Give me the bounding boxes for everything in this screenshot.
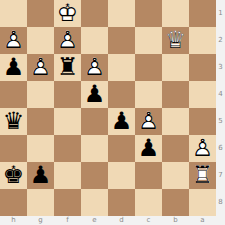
file-label-d: d — [108, 216, 135, 225]
square-a4[interactable] — [189, 81, 216, 108]
square-c5[interactable]: ♙ — [135, 108, 162, 135]
black-pawn-piece: ♟ — [81, 81, 108, 108]
black-queen-piece: ♛ — [0, 108, 27, 135]
square-d2[interactable] — [108, 27, 135, 54]
square-a8[interactable] — [189, 189, 216, 216]
square-h8[interactable] — [0, 189, 27, 216]
square-g3[interactable]: ♙ — [27, 54, 54, 81]
rank-label-7: 7 — [216, 162, 225, 189]
square-b6[interactable] — [162, 135, 189, 162]
square-a7[interactable]: ♖ — [189, 162, 216, 189]
square-g8[interactable] — [27, 189, 54, 216]
square-d7[interactable] — [108, 162, 135, 189]
square-d4[interactable] — [108, 81, 135, 108]
square-h3[interactable]: ♟ — [0, 54, 27, 81]
black-pawn-piece: ♟ — [27, 162, 54, 189]
file-label-a: a — [189, 216, 216, 225]
square-f2[interactable]: ♙ — [54, 27, 81, 54]
square-d3[interactable] — [108, 54, 135, 81]
white-pawn-piece: ♙ — [189, 135, 216, 162]
square-e6[interactable] — [81, 135, 108, 162]
square-h7[interactable]: ♚ — [0, 162, 27, 189]
square-e3[interactable]: ♙ — [81, 54, 108, 81]
square-b8[interactable] — [162, 189, 189, 216]
square-e1[interactable] — [81, 0, 108, 27]
rank-labels: 12345678 — [216, 0, 225, 216]
white-queen-piece: ♕ — [162, 27, 189, 54]
square-b4[interactable] — [162, 81, 189, 108]
square-e5[interactable] — [81, 108, 108, 135]
square-h5[interactable]: ♛ — [0, 108, 27, 135]
square-f8[interactable] — [54, 189, 81, 216]
square-c4[interactable] — [135, 81, 162, 108]
rank-label-1: 1 — [216, 0, 225, 27]
square-b7[interactable] — [162, 162, 189, 189]
square-a2[interactable] — [189, 27, 216, 54]
square-c7[interactable] — [135, 162, 162, 189]
white-pawn-piece: ♙ — [135, 108, 162, 135]
square-c2[interactable] — [135, 27, 162, 54]
black-pawn-piece: ♟ — [108, 108, 135, 135]
square-e2[interactable] — [81, 27, 108, 54]
black-rook-piece: ♜ — [54, 54, 81, 81]
square-d5[interactable]: ♟ — [108, 108, 135, 135]
white-pawn-piece: ♙ — [0, 27, 27, 54]
square-d8[interactable] — [108, 189, 135, 216]
square-c3[interactable] — [135, 54, 162, 81]
rank-label-8: 8 — [216, 189, 225, 216]
square-h1[interactable] — [0, 0, 27, 27]
square-g5[interactable] — [27, 108, 54, 135]
square-h6[interactable] — [0, 135, 27, 162]
rank-label-6: 6 — [216, 135, 225, 162]
rank-label-2: 2 — [216, 27, 225, 54]
square-g6[interactable] — [27, 135, 54, 162]
square-b5[interactable] — [162, 108, 189, 135]
square-d6[interactable] — [108, 135, 135, 162]
square-f6[interactable] — [54, 135, 81, 162]
square-g1[interactable] — [27, 0, 54, 27]
square-b2[interactable]: ♕ — [162, 27, 189, 54]
square-f4[interactable] — [54, 81, 81, 108]
square-f1[interactable]: ♔ — [54, 0, 81, 27]
white-pawn-piece: ♙ — [81, 54, 108, 81]
rank-label-4: 4 — [216, 81, 225, 108]
square-a5[interactable] — [189, 108, 216, 135]
square-e7[interactable] — [81, 162, 108, 189]
square-a3[interactable] — [189, 54, 216, 81]
square-f3[interactable]: ♜ — [54, 54, 81, 81]
square-g4[interactable] — [27, 81, 54, 108]
chess-board: ♔♙♙♕♟♙♜♙♟♛♟♙♟♙♚♟♖ — [0, 0, 216, 216]
square-h2[interactable]: ♙ — [0, 27, 27, 54]
square-a6[interactable]: ♙ — [189, 135, 216, 162]
black-pawn-piece: ♟ — [0, 54, 27, 81]
file-label-f: f — [54, 216, 81, 225]
square-c8[interactable] — [135, 189, 162, 216]
square-e8[interactable] — [81, 189, 108, 216]
square-f7[interactable] — [54, 162, 81, 189]
file-label-h: h — [0, 216, 27, 225]
square-d1[interactable] — [108, 0, 135, 27]
white-king-piece: ♔ — [54, 0, 81, 27]
square-b3[interactable] — [162, 54, 189, 81]
white-pawn-piece: ♙ — [54, 27, 81, 54]
chess-board-page: ♔♙♙♕♟♙♜♙♟♛♟♙♟♙♚♟♖ 12345678 hgfedcba — [0, 0, 225, 225]
square-c1[interactable] — [135, 0, 162, 27]
file-label-c: c — [135, 216, 162, 225]
square-e4[interactable]: ♟ — [81, 81, 108, 108]
file-label-g: g — [27, 216, 54, 225]
square-c6[interactable]: ♟ — [135, 135, 162, 162]
black-king-piece: ♚ — [0, 162, 27, 189]
black-pawn-piece: ♟ — [135, 135, 162, 162]
rank-label-5: 5 — [216, 108, 225, 135]
square-f5[interactable] — [54, 108, 81, 135]
square-g2[interactable] — [27, 27, 54, 54]
square-b1[interactable] — [162, 0, 189, 27]
square-h4[interactable] — [0, 81, 27, 108]
white-pawn-piece: ♙ — [27, 54, 54, 81]
file-labels: hgfedcba — [0, 216, 225, 225]
label-corner — [216, 216, 225, 225]
white-rook-piece: ♖ — [189, 162, 216, 189]
square-a1[interactable] — [189, 0, 216, 27]
rank-label-3: 3 — [216, 54, 225, 81]
file-label-e: e — [81, 216, 108, 225]
square-g7[interactable]: ♟ — [27, 162, 54, 189]
file-label-b: b — [162, 216, 189, 225]
